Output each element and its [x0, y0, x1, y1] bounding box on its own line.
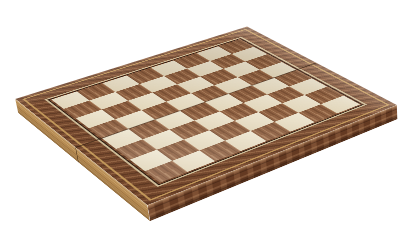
- square-g1[interactable]: [130, 149, 173, 170]
- square-f3[interactable]: [169, 120, 209, 139]
- square-e1[interactable]: [102, 129, 143, 149]
- playing-field: [51, 39, 360, 182]
- square-c1[interactable]: [76, 109, 116, 128]
- square-h5[interactable]: [250, 122, 291, 142]
- square-g3[interactable]: [184, 130, 225, 150]
- square-g4[interactable]: [210, 121, 251, 140]
- square-d3[interactable]: [141, 101, 180, 119]
- square-b1[interactable]: [63, 100, 102, 118]
- square-h3[interactable]: [199, 140, 241, 161]
- fold-seam-edge: [75, 147, 79, 163]
- product-photo-canvas: [0, 0, 416, 238]
- square-f4[interactable]: [195, 111, 235, 130]
- square-d1[interactable]: [89, 119, 129, 138]
- square-f2[interactable]: [143, 129, 184, 149]
- square-e3[interactable]: [155, 111, 195, 130]
- square-d2[interactable]: [115, 110, 155, 129]
- square-h2[interactable]: [172, 150, 215, 172]
- square-e2[interactable]: [129, 120, 169, 139]
- square-f5[interactable]: [220, 103, 259, 121]
- square-f1[interactable]: [116, 139, 158, 160]
- board-top-face: [15, 27, 397, 206]
- square-c2[interactable]: [102, 101, 141, 119]
- square-g6[interactable]: [259, 103, 298, 121]
- square-h1[interactable]: [145, 160, 188, 182]
- square-h4[interactable]: [225, 131, 266, 151]
- perspective-scene: [0, 0, 416, 238]
- square-g2[interactable]: [157, 140, 199, 161]
- square-h6[interactable]: [275, 113, 315, 132]
- square-h7[interactable]: [298, 104, 337, 122]
- square-e4[interactable]: [180, 102, 219, 120]
- square-g5[interactable]: [235, 112, 275, 131]
- chess-board: [15, 27, 397, 206]
